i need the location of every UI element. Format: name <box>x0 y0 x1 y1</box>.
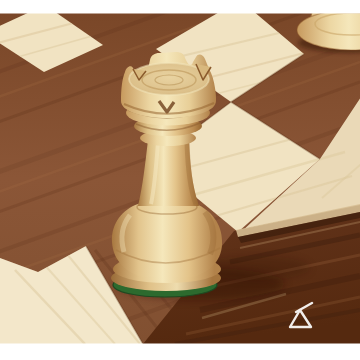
product-photo-stage <box>0 0 360 360</box>
photo-top-bar <box>0 0 360 14</box>
chess-product-photo <box>0 0 360 360</box>
rook-base <box>111 200 222 292</box>
photo-bottom-bar <box>0 344 360 360</box>
